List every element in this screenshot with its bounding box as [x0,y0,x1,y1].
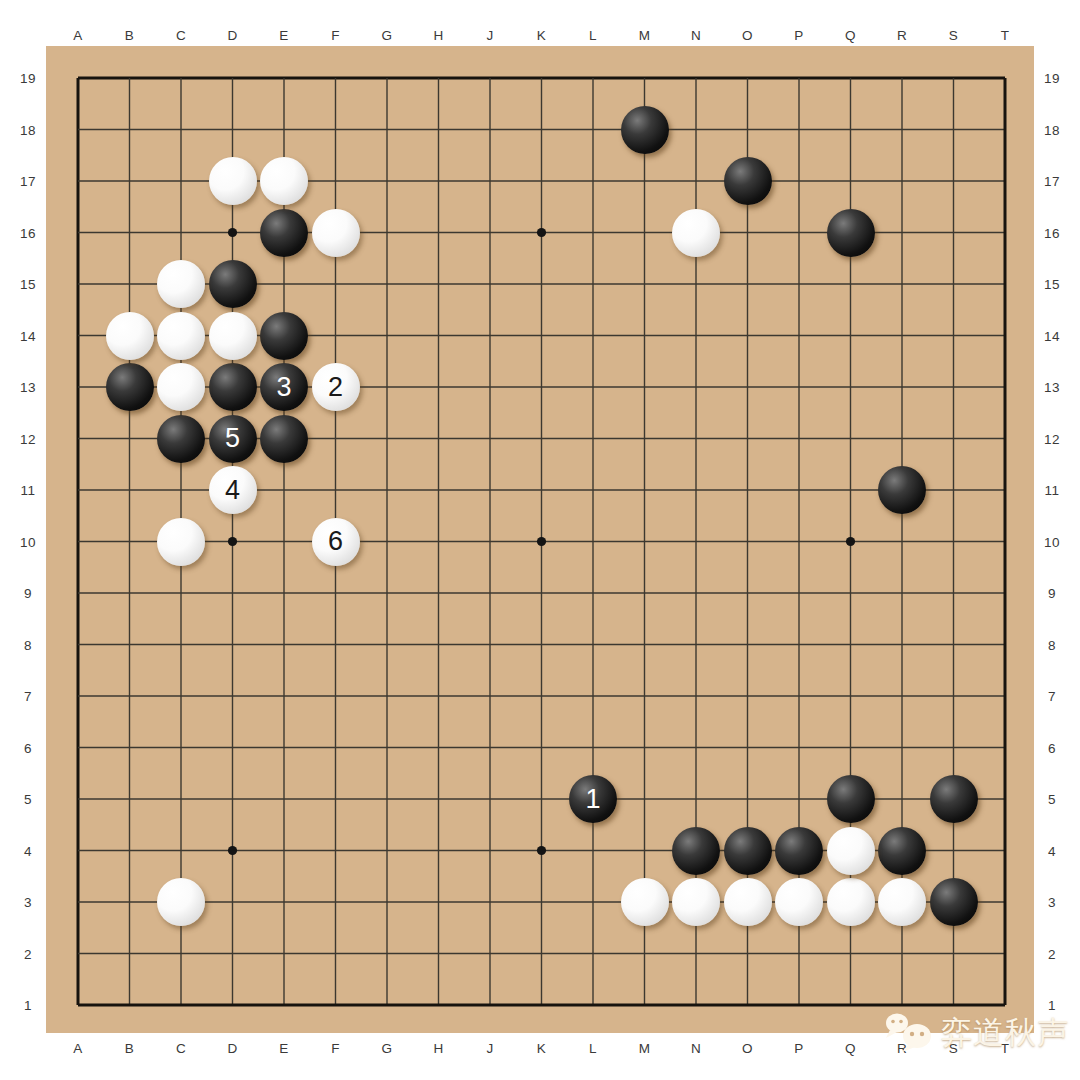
coord-label-left-19: 19 [20,71,36,86]
coord-label-top-H: H [433,28,443,43]
coord-label-left-12: 12 [20,431,36,446]
coord-label-top-D: D [227,28,237,43]
coord-label-bottom-P: P [794,1041,804,1056]
coord-label-bottom-M: M [639,1041,651,1056]
stone-black-N4 [672,827,720,875]
stone-black-E14 [260,312,308,360]
stone-black-E13: 3 [260,363,308,411]
coord-label-left-17: 17 [20,174,36,189]
stone-black-S5 [930,775,978,823]
coord-label-top-Q: Q [845,28,856,43]
stone-black-M18 [621,106,669,154]
coord-label-top-L: L [589,28,597,43]
coord-label-bottom-K: K [537,1041,547,1056]
coord-label-left-11: 11 [20,483,35,498]
coord-label-right-4: 4 [1048,843,1056,858]
coord-label-top-C: C [176,28,186,43]
move-number-1: 1 [585,786,600,813]
coord-label-right-11: 11 [1044,483,1059,498]
coord-label-top-K: K [537,28,547,43]
stone-white-P3 [775,878,823,926]
watermark-text: 弈道秋声 [941,1012,1069,1052]
coord-label-right-8: 8 [1048,637,1056,652]
stone-black-R11 [878,466,926,514]
move-number-6: 6 [328,528,343,555]
coord-label-right-18: 18 [1044,122,1060,137]
coord-label-bottom-C: C [176,1041,186,1056]
stone-white-Q3 [827,878,875,926]
coord-label-left-8: 8 [24,637,32,652]
stone-white-Q4 [827,827,875,875]
move-number-2: 2 [328,374,343,401]
stone-white-D11: 4 [209,466,257,514]
stone-black-Q16 [827,209,875,257]
coord-label-right-19: 19 [1044,71,1060,86]
stone-black-D15 [209,260,257,308]
coord-label-right-13: 13 [1044,380,1060,395]
coord-label-right-12: 12 [1044,431,1060,446]
coord-label-bottom-H: H [433,1041,443,1056]
stone-black-B13 [106,363,154,411]
coord-label-left-2: 2 [24,946,32,961]
coord-label-bottom-D: D [227,1041,237,1056]
stone-black-E16 [260,209,308,257]
go-diagram: AABBCCDDEEFFGGHHJJKKLLMMNNOOPPQQRRSSTT19… [0,0,1080,1080]
coord-label-left-5: 5 [24,792,32,807]
coord-label-bottom-J: J [486,1041,493,1056]
coord-label-right-17: 17 [1044,174,1060,189]
coord-label-left-15: 15 [20,277,36,292]
coord-label-top-S: S [949,28,959,43]
coord-label-top-O: O [742,28,753,43]
coord-label-top-T: T [1001,28,1010,43]
stone-white-N3 [672,878,720,926]
stone-white-F16 [312,209,360,257]
stone-white-C10 [157,518,205,566]
coord-label-left-14: 14 [20,328,36,343]
stone-white-C15 [157,260,205,308]
coord-label-top-R: R [897,28,907,43]
stone-black-P4 [775,827,823,875]
coord-label-left-7: 7 [24,689,32,704]
coord-label-bottom-F: F [331,1041,340,1056]
move-number-3: 3 [276,374,291,401]
coord-label-top-E: E [279,28,289,43]
coord-label-right-3: 3 [1048,895,1056,910]
stone-black-C12 [157,415,205,463]
coord-label-top-M: M [639,28,651,43]
coord-label-bottom-B: B [125,1041,135,1056]
stone-white-F10: 6 [312,518,360,566]
coord-label-right-15: 15 [1044,277,1060,292]
coord-label-bottom-L: L [589,1041,597,1056]
stone-white-E17 [260,157,308,205]
coord-label-top-B: B [125,28,135,43]
coord-label-left-4: 4 [24,843,32,858]
stone-black-O17 [724,157,772,205]
stone-white-B14 [106,312,154,360]
coord-label-bottom-G: G [381,1041,392,1056]
stone-black-D13 [209,363,257,411]
coord-label-right-9: 9 [1048,586,1056,601]
move-number-4: 4 [225,477,240,504]
stone-white-F13: 2 [312,363,360,411]
coord-label-left-10: 10 [20,534,36,549]
coord-label-left-16: 16 [20,225,36,240]
stone-white-C3 [157,878,205,926]
coord-label-right-1: 1 [1048,998,1056,1013]
move-number-5: 5 [225,425,240,452]
coord-label-bottom-O: O [742,1041,753,1056]
stone-black-R4 [878,827,926,875]
coord-label-right-6: 6 [1048,740,1056,755]
coord-label-top-A: A [73,28,83,43]
coord-label-left-3: 3 [24,895,32,910]
stone-white-D14 [209,312,257,360]
stone-black-O4 [724,827,772,875]
coord-label-top-G: G [381,28,392,43]
coord-label-top-N: N [691,28,701,43]
stone-white-R3 [878,878,926,926]
coord-label-left-18: 18 [20,122,36,137]
stone-black-L5: 1 [569,775,617,823]
coord-label-right-2: 2 [1048,946,1056,961]
coord-label-right-5: 5 [1048,792,1056,807]
stone-white-N16 [672,209,720,257]
coord-label-bottom-A: A [73,1041,83,1056]
coord-label-left-13: 13 [20,380,36,395]
coord-label-right-14: 14 [1044,328,1060,343]
coord-label-left-1: 1 [24,998,32,1013]
stone-black-E12 [260,415,308,463]
stone-black-S3 [930,878,978,926]
coord-label-left-6: 6 [24,740,32,755]
wechat-icon [884,1012,936,1052]
stone-white-M3 [621,878,669,926]
coord-label-left-9: 9 [24,586,32,601]
coord-label-top-J: J [486,28,493,43]
stone-white-O3 [724,878,772,926]
stone-black-D12: 5 [209,415,257,463]
stone-white-D17 [209,157,257,205]
coord-label-bottom-Q: Q [845,1041,856,1056]
coord-label-bottom-E: E [279,1041,289,1056]
coord-label-right-7: 7 [1048,689,1056,704]
coord-label-top-P: P [794,28,804,43]
watermark: 弈道秋声 [884,1012,1069,1052]
coord-label-right-10: 10 [1044,534,1060,549]
coord-label-top-F: F [331,28,340,43]
stone-white-C13 [157,363,205,411]
stone-white-C14 [157,312,205,360]
coord-label-right-16: 16 [1044,225,1060,240]
stone-black-Q5 [827,775,875,823]
coord-label-bottom-N: N [691,1041,701,1056]
